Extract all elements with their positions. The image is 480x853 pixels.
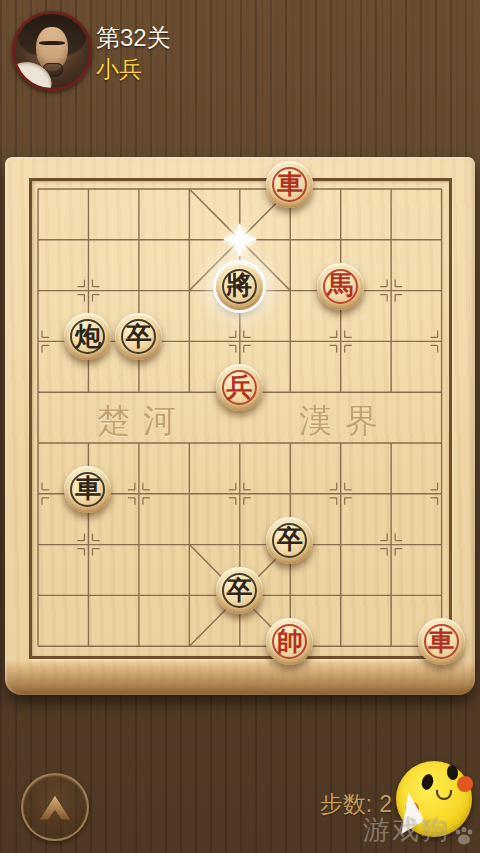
piece-character: 兵 — [226, 374, 252, 400]
avatar-brow — [39, 41, 64, 45]
piece-black-general[interactable]: 將 — [216, 263, 263, 310]
up-chevron-icon — [36, 792, 74, 822]
game-screen: 第32关 小兵 楚河 漢界 車將馬炮卒兵車卒卒帥車 步数:2 游戏狗 — [0, 0, 480, 853]
watermark-text: 游戏狗 — [363, 812, 450, 848]
piece-black-chariot[interactable]: 車 — [64, 466, 111, 513]
level-title: 第32关 — [96, 22, 171, 54]
pet-eye-icon — [446, 764, 459, 780]
river-label-right: 漢界 — [290, 399, 400, 444]
piece-character: 車 — [75, 475, 101, 501]
piece-character: 車 — [428, 628, 454, 654]
site-watermark: 游戏狗 — [363, 812, 476, 848]
pet-eye-icon — [420, 773, 435, 791]
piece-red-soldier[interactable]: 兵 — [216, 364, 263, 411]
piece-character: 炮 — [75, 323, 101, 349]
piece-red-chariot[interactable]: 車 — [266, 161, 313, 208]
piece-character: 馬 — [327, 272, 353, 298]
piece-black-soldier[interactable]: 卒 — [216, 567, 263, 614]
piece-character: 車 — [277, 171, 303, 197]
river-label-left: 楚河 — [88, 399, 198, 444]
piece-character: 卒 — [125, 323, 151, 349]
player-rank-label: 小兵 — [96, 54, 142, 85]
piece-red-horse[interactable]: 馬 — [317, 263, 364, 310]
pet-mouth-icon — [436, 790, 452, 800]
piece-black-soldier[interactable]: 卒 — [115, 313, 162, 360]
pet-cheek-icon — [457, 776, 473, 792]
move-sparkle-effect — [222, 222, 258, 258]
piece-black-soldier[interactable]: 卒 — [266, 517, 313, 564]
paw-icon — [452, 824, 476, 848]
expand-menu-button[interactable] — [21, 773, 89, 841]
piece-character: 卒 — [277, 526, 303, 552]
piece-red-chariot[interactable]: 車 — [418, 618, 465, 665]
piece-character: 卒 — [226, 577, 252, 603]
player-avatar[interactable] — [12, 11, 92, 91]
piece-character: 帥 — [277, 628, 303, 654]
piece-character: 將 — [226, 272, 252, 298]
